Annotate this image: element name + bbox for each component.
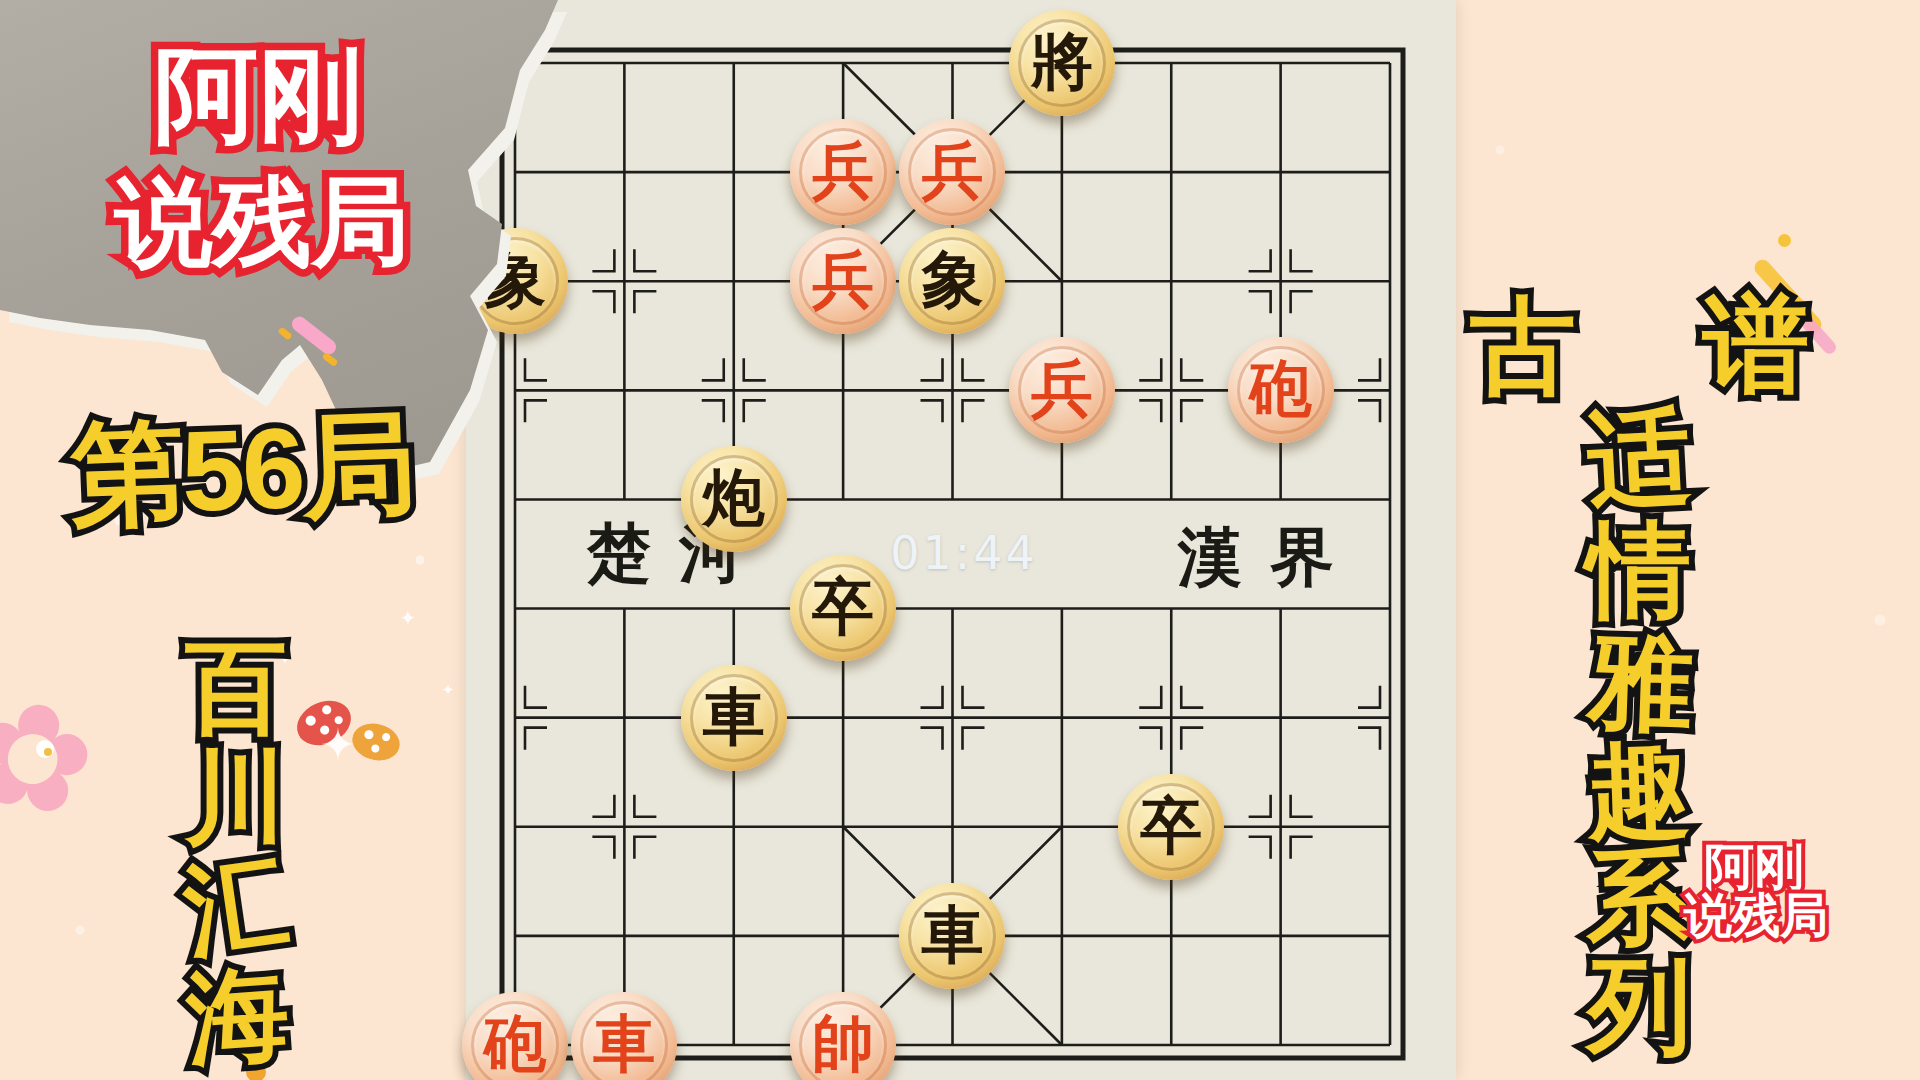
piece-glyph: 兵: [921, 140, 983, 202]
piece-black-chariot[interactable]: 車: [899, 883, 1005, 989]
board-cell: 炮: [679, 445, 788, 554]
piece-glyph: 車: [921, 904, 983, 966]
left-vertical-char: 川: [185, 747, 287, 849]
board-cell: 車: [898, 881, 1007, 990]
piece-black-pawn[interactable]: 卒: [1118, 774, 1224, 880]
piece-glyph: 兵: [1031, 358, 1093, 420]
piece-red-pawn[interactable]: 兵: [790, 119, 896, 225]
yellow-dot: [1778, 234, 1791, 247]
board-cell: 象: [898, 227, 1007, 336]
piece-glyph: 炮: [703, 467, 765, 529]
piece-glyph: 將: [1031, 31, 1093, 93]
piece-black-chariot[interactable]: 車: [681, 665, 787, 771]
piece-glyph: 卒: [1140, 795, 1202, 857]
right-vertical-char: 列: [1587, 954, 1691, 1058]
left-vertical-char: 海: [184, 962, 293, 1071]
piece-red-general[interactable]: 帥: [790, 992, 896, 1080]
piece-glyph: 砲: [1250, 358, 1312, 420]
board-cell: 帥: [788, 990, 897, 1080]
piece-red-pawn[interactable]: 兵: [1009, 337, 1115, 443]
board-grid: 將兵兵象兵象兵砲炮卒車卒車砲車帥: [460, 8, 1444, 1080]
right-header-char: 古: [1470, 293, 1576, 399]
piece-red-pawn[interactable]: 兵: [899, 119, 1005, 225]
piece-red-cannon[interactable]: 砲: [462, 992, 568, 1080]
right-vertical-char: 系: [1587, 845, 1691, 949]
piece-black-elephant[interactable]: 象: [899, 228, 1005, 334]
piece-glyph: 帥: [812, 1013, 874, 1075]
board-cell: 卒: [788, 554, 897, 663]
board-cell: 兵: [898, 118, 1007, 227]
left-vertical-char: 百: [185, 637, 287, 739]
candy-orange-icon: [348, 719, 403, 766]
board-cell: 兵: [788, 227, 897, 336]
piece-black-pawn[interactable]: 卒: [790, 555, 896, 661]
episode-label: 第56局: [69, 407, 416, 533]
right-vertical-char: 情: [1587, 518, 1691, 622]
board-cell: 卒: [1117, 772, 1226, 881]
piece-glyph: 車: [703, 686, 765, 748]
left-vertical-char: 汇: [178, 848, 293, 963]
board-cell: 將: [1007, 8, 1116, 117]
board-cell: 砲: [460, 990, 569, 1080]
screenshot: ✿ ✦ ✦ ✦ ✦ ✦ 楚河 漢界 01:44 將兵兵象兵象兵砲炮卒車卒車砲車帥…: [0, 0, 1920, 1080]
piece-red-cannon[interactable]: 砲: [1228, 337, 1334, 443]
banner-title-line2: 说残局: [115, 173, 409, 271]
right-vertical-char: 趣: [1585, 736, 1693, 844]
board-cell: 砲: [1226, 336, 1335, 445]
board-cell: 車: [679, 663, 788, 772]
watermark-line2: 说残局: [1684, 892, 1828, 940]
piece-red-chariot[interactable]: 車: [571, 992, 677, 1080]
right-header-char: 谱: [1703, 291, 1809, 397]
piece-glyph: 卒: [812, 576, 874, 638]
sparkle-icon: ✦: [442, 681, 455, 699]
piece-glyph: 兵: [812, 140, 874, 202]
piece-glyph: 象: [921, 249, 983, 311]
piece-glyph: 車: [593, 1013, 655, 1075]
board-cell: 兵: [1007, 336, 1116, 445]
flower-center-seed: [44, 748, 52, 756]
sparkle-icon: ✦: [320, 719, 357, 770]
piece-glyph: 砲: [484, 1013, 546, 1075]
piece-black-general[interactable]: 將: [1009, 10, 1115, 116]
sparkle-icon: ✦: [400, 606, 417, 630]
piece-red-pawn[interactable]: 兵: [790, 228, 896, 334]
right-vertical-char: 适: [1584, 403, 1693, 512]
banner-title-line1: 阿刚: [154, 43, 362, 147]
right-vertical-char: 雅: [1587, 628, 1695, 736]
board-cell: 車: [570, 990, 679, 1080]
piece-glyph: 兵: [812, 249, 874, 311]
piece-black-cannon[interactable]: 炮: [681, 446, 787, 552]
sakura-flower-icon: ✿: [0, 663, 108, 852]
board-cell: 兵: [788, 118, 897, 227]
watermark-line1: 阿刚: [1704, 842, 1804, 892]
